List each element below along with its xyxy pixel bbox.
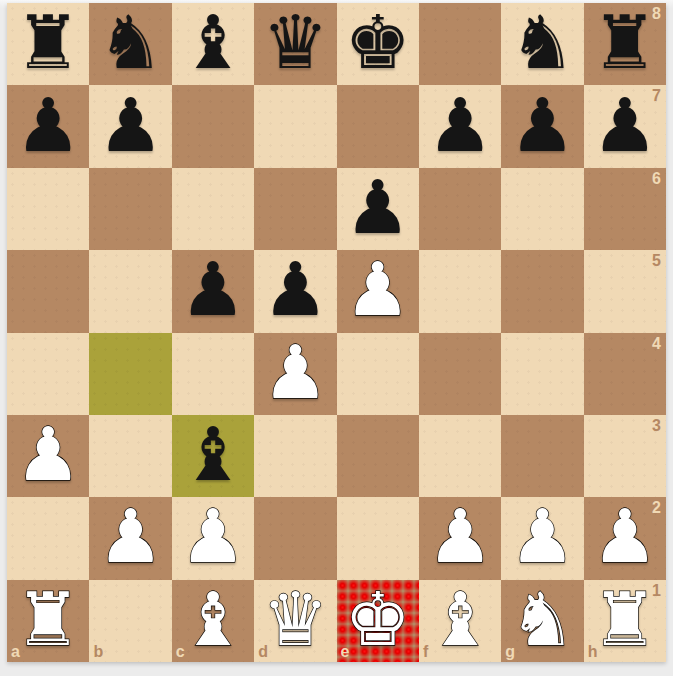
square-h1[interactable]: h1♜ [584,580,666,662]
square-h8[interactable]: 8♜ [584,3,666,85]
black-pawn[interactable]: ♟ [345,170,411,244]
rank-label-4: 4 [652,336,661,352]
white-pawn[interactable]: ♟ [345,252,411,326]
square-c4[interactable] [172,333,254,415]
square-d7[interactable] [254,85,336,167]
square-h3[interactable]: 3 [584,415,666,497]
square-f8[interactable] [419,3,501,85]
white-rook[interactable]: ♜ [592,582,658,656]
rank-label-5: 5 [652,253,661,269]
square-b1[interactable]: b [89,580,171,662]
black-pawn[interactable]: ♟ [509,88,575,162]
black-pawn[interactable]: ♟ [180,252,246,326]
black-rook[interactable]: ♜ [592,5,658,79]
black-knight[interactable]: ♞ [97,5,163,79]
rank-label-3: 3 [652,418,661,434]
square-d5[interactable]: ♟ [254,250,336,332]
square-e3[interactable] [337,415,419,497]
white-pawn[interactable]: ♟ [262,335,328,409]
black-pawn[interactable]: ♟ [97,88,163,162]
square-e7[interactable] [337,85,419,167]
square-g4[interactable] [501,333,583,415]
square-f1[interactable]: f♝ [419,580,501,662]
square-b4[interactable] [89,333,171,415]
square-b5[interactable] [89,250,171,332]
square-h4[interactable]: 4 [584,333,666,415]
square-g6[interactable] [501,168,583,250]
black-bishop[interactable]: ♝ [180,5,246,79]
square-c8[interactable]: ♝ [172,3,254,85]
square-a1[interactable]: a♜ [7,580,89,662]
square-e2[interactable] [337,497,419,579]
white-pawn[interactable]: ♟ [180,499,246,573]
square-g7[interactable]: ♟ [501,85,583,167]
square-h6[interactable]: 6 [584,168,666,250]
square-d3[interactable] [254,415,336,497]
black-pawn[interactable]: ♟ [15,88,81,162]
square-c6[interactable] [172,168,254,250]
white-bishop[interactable]: ♝ [180,582,246,656]
square-g5[interactable] [501,250,583,332]
black-rook[interactable]: ♜ [15,5,81,79]
square-c2[interactable]: ♟ [172,497,254,579]
square-e1[interactable]: e♚ [337,580,419,662]
square-g8[interactable]: ♞ [501,3,583,85]
square-d1[interactable]: d♛ [254,580,336,662]
white-pawn[interactable]: ♟ [592,499,658,573]
file-label-b: b [93,644,103,660]
square-c5[interactable]: ♟ [172,250,254,332]
white-pawn[interactable]: ♟ [97,499,163,573]
square-a4[interactable] [7,333,89,415]
square-g2[interactable]: ♟ [501,497,583,579]
chess-board[interactable]: ♜♞♝♛♚♞8♜♟♟♟♟7♟♟6♟♟♟5♟4♟♝3♟♟♟♟2♟a♜bc♝d♛e♚… [7,3,666,662]
white-pawn[interactable]: ♟ [509,499,575,573]
square-d4[interactable]: ♟ [254,333,336,415]
square-d8[interactable]: ♛ [254,3,336,85]
white-pawn[interactable]: ♟ [15,417,81,491]
square-d6[interactable] [254,168,336,250]
square-f6[interactable] [419,168,501,250]
rank-label-6: 6 [652,171,661,187]
square-e8[interactable]: ♚ [337,3,419,85]
square-a6[interactable] [7,168,89,250]
square-h5[interactable]: 5 [584,250,666,332]
square-h7[interactable]: 7♟ [584,85,666,167]
square-e5[interactable]: ♟ [337,250,419,332]
white-king[interactable]: ♚ [345,582,411,656]
square-f2[interactable]: ♟ [419,497,501,579]
square-a3[interactable]: ♟ [7,415,89,497]
square-c7[interactable] [172,85,254,167]
square-b3[interactable] [89,415,171,497]
square-f3[interactable] [419,415,501,497]
white-knight[interactable]: ♞ [509,582,575,656]
square-e6[interactable]: ♟ [337,168,419,250]
square-d2[interactable] [254,497,336,579]
square-b6[interactable] [89,168,171,250]
square-c1[interactable]: c♝ [172,580,254,662]
square-b8[interactable]: ♞ [89,3,171,85]
black-knight[interactable]: ♞ [509,5,575,79]
black-bishop[interactable]: ♝ [180,417,246,491]
square-f5[interactable] [419,250,501,332]
square-g3[interactable] [501,415,583,497]
square-e4[interactable] [337,333,419,415]
white-bishop[interactable]: ♝ [427,582,493,656]
square-f4[interactable] [419,333,501,415]
square-h2[interactable]: 2♟ [584,497,666,579]
black-king[interactable]: ♚ [345,5,411,79]
square-f7[interactable]: ♟ [419,85,501,167]
black-pawn[interactable]: ♟ [427,88,493,162]
square-a8[interactable]: ♜ [7,3,89,85]
square-b2[interactable]: ♟ [89,497,171,579]
white-pawn[interactable]: ♟ [427,499,493,573]
black-pawn[interactable]: ♟ [262,252,328,326]
square-g1[interactable]: g♞ [501,580,583,662]
black-queen[interactable]: ♛ [262,5,328,79]
square-b7[interactable]: ♟ [89,85,171,167]
square-a7[interactable]: ♟ [7,85,89,167]
black-pawn[interactable]: ♟ [592,88,658,162]
square-a5[interactable] [7,250,89,332]
white-rook[interactable]: ♜ [15,582,81,656]
page-background: ♜♞♝♛♚♞8♜♟♟♟♟7♟♟6♟♟♟5♟4♟♝3♟♟♟♟2♟a♜bc♝d♛e♚… [0,0,673,676]
square-a2[interactable] [7,497,89,579]
white-queen[interactable]: ♛ [262,582,328,656]
square-c3[interactable]: ♝ [172,415,254,497]
